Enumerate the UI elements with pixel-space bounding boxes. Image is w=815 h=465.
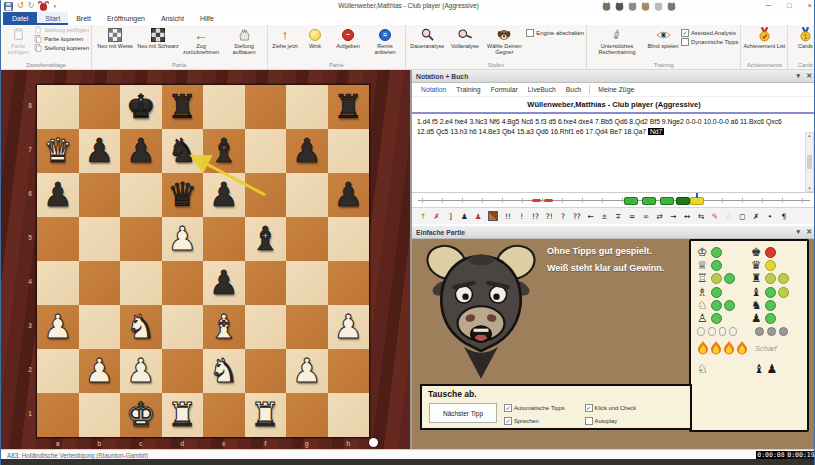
health-dot-green bbox=[724, 300, 735, 311]
menu-tab-ansicht[interactable]: Ansicht bbox=[153, 12, 192, 25]
piece-black-B-e7[interactable]: ♝ bbox=[203, 129, 245, 173]
annotation-symbol[interactable] bbox=[488, 211, 498, 221]
piece-white-N-e2[interactable]: ♞ bbox=[203, 349, 245, 393]
square-h4[interactable] bbox=[328, 261, 370, 305]
paste-position-button[interactable]: Stellung einfügen bbox=[34, 26, 89, 34]
square-a2[interactable] bbox=[37, 349, 79, 393]
bottom-strip bbox=[1, 459, 815, 465]
file-label-d: d bbox=[162, 440, 204, 447]
health-dot-grayo bbox=[719, 327, 727, 336]
rank-label-6: 6 bbox=[25, 190, 35, 197]
cards-button[interactable]: Cards bbox=[790, 26, 815, 49]
eval-mark-yellow[interactable] bbox=[690, 197, 704, 205]
copy-icon bbox=[34, 35, 42, 43]
piece-black-R-d8[interactable]: ♜ bbox=[162, 85, 204, 129]
scroll-down-icon[interactable]: ▼ bbox=[807, 186, 811, 191]
side-to-move-indicator bbox=[369, 438, 378, 447]
piece-white-P-b2[interactable]: ♟ bbox=[79, 349, 121, 393]
new-game-white-button[interactable]: Neu mit Weiss bbox=[94, 26, 136, 49]
checkbox-label: Autoplay bbox=[595, 418, 618, 424]
take-back-move-button[interactable]: ← Zug zurücknehmen bbox=[180, 26, 222, 55]
health-row: ♘♞ bbox=[697, 299, 801, 312]
square-f1[interactable]: ♜ bbox=[245, 393, 287, 437]
piece-black-P-g7[interactable]: ♟ bbox=[286, 129, 328, 173]
eval-tick bbox=[602, 198, 603, 203]
notation-panel: Notation + Buch ▾ ✕ Notation Training Fo… bbox=[412, 70, 815, 226]
square-d8[interactable]: ♜ bbox=[162, 85, 204, 129]
square-g6[interactable] bbox=[286, 173, 328, 217]
eval-tick bbox=[742, 198, 743, 203]
health-row: ♔♚ bbox=[697, 246, 801, 259]
health-dot-green bbox=[711, 260, 722, 271]
square-a4[interactable] bbox=[37, 261, 79, 305]
panel-close-icon[interactable]: ✕ bbox=[806, 228, 812, 236]
flame-icon bbox=[697, 341, 709, 355]
square-a1[interactable] bbox=[37, 393, 79, 437]
annotation-symbol[interactable]: ?! bbox=[542, 212, 556, 221]
eval-tick bbox=[542, 198, 543, 203]
minimize-button[interactable]: ─ bbox=[766, 1, 771, 10]
black-piece-icon: ♝ bbox=[751, 286, 765, 299]
square-d3[interactable] bbox=[162, 305, 204, 349]
eval-tick bbox=[722, 198, 723, 203]
piece-black-P-c7[interactable]: ♟ bbox=[120, 129, 162, 173]
next-tip-button[interactable]: Nächster Tipp bbox=[429, 403, 497, 423]
health-dot-yellowgreen bbox=[765, 273, 776, 284]
health-dot-grayo bbox=[697, 327, 705, 336]
opponent-avatars bbox=[601, 1, 677, 11]
magnifier-icon bbox=[421, 28, 434, 41]
square-h6[interactable]: ♟ bbox=[328, 173, 370, 217]
file-label-e: e bbox=[203, 440, 245, 447]
paperclip-icon: ✐ bbox=[611, 29, 623, 39]
wolf-icon[interactable] bbox=[627, 1, 638, 11]
square-f7[interactable] bbox=[245, 129, 287, 173]
captured-material-row: ♘ ♝♟ bbox=[697, 362, 801, 376]
square-e7[interactable]: ♝ bbox=[203, 129, 245, 173]
piece-white-P-c2[interactable]: ♟ bbox=[120, 349, 162, 393]
health-dot-green bbox=[765, 313, 776, 324]
health-dot-green bbox=[711, 313, 722, 324]
square-d7[interactable]: ♞ bbox=[162, 129, 204, 173]
eval-mark-red[interactable] bbox=[544, 199, 553, 202]
piece-black-P-a6[interactable]: ♟ bbox=[37, 173, 79, 217]
copy-position-button[interactable]: Stellung kopieren bbox=[34, 44, 89, 52]
ribbon-group-stufen: Daueranalyse Vollanalyse Wähle Deinen Ge… bbox=[406, 25, 587, 69]
white-piece-icon: ♗ bbox=[697, 286, 711, 299]
medal-blue-icon bbox=[800, 27, 811, 42]
square-g4[interactable] bbox=[286, 261, 328, 305]
evaluation-strip[interactable] bbox=[412, 192, 815, 208]
square-f8[interactable] bbox=[245, 85, 287, 129]
eval-tick bbox=[482, 198, 483, 203]
health-dot-red bbox=[765, 247, 776, 258]
piece-black-P-b7[interactable]: ♟ bbox=[79, 129, 121, 173]
white-piece-icon: ♙ bbox=[697, 312, 711, 325]
square-g7[interactable]: ♟ bbox=[286, 129, 328, 173]
copy-game-button[interactable]: Partie kopieren bbox=[34, 35, 89, 43]
annotation-symbol[interactable]: ☆ bbox=[722, 212, 736, 221]
square-h2[interactable] bbox=[328, 349, 370, 393]
achievement-list-button[interactable]: Achievement List bbox=[743, 26, 785, 49]
health-dot-green bbox=[765, 300, 776, 311]
square-g1[interactable] bbox=[286, 393, 328, 437]
annotation-symbol[interactable]: ? bbox=[556, 212, 570, 221]
annotation-symbol[interactable]: !! bbox=[501, 212, 515, 221]
square-a3[interactable]: ♟ bbox=[37, 305, 79, 349]
choose-opponent-button[interactable]: Wähle Deinen Gegner bbox=[483, 26, 525, 55]
einfache-partie-panel: Einfache Partie ▾ ✕ Ohne Tipps gut gespi… bbox=[412, 226, 815, 449]
square-d1[interactable]: ♜ bbox=[162, 393, 204, 437]
coach-message-line2: Weiß steht klar auf Gewinn. bbox=[547, 263, 664, 273]
menu-tab-brett[interactable]: Brett bbox=[68, 12, 99, 25]
game-panel-title: Einfache Partie bbox=[416, 229, 465, 236]
health-dot-yellowgreen bbox=[778, 287, 789, 298]
tab-formular[interactable]: Formular bbox=[486, 86, 523, 93]
clipboard-icon bbox=[34, 26, 42, 34]
piece-black-P-e6[interactable]: ♟ bbox=[203, 173, 245, 217]
blindfold-play-button[interactable]: Blind spielen bbox=[646, 26, 680, 49]
eval-current-marker bbox=[696, 193, 698, 198]
annotation-symbol[interactable]: ] bbox=[444, 212, 458, 221]
health-dot-yellowgreen bbox=[711, 273, 722, 284]
square-a6[interactable]: ♟ bbox=[37, 173, 79, 217]
rank-label-5: 5 bbox=[25, 234, 35, 241]
notation-panel-title: Notation + Buch bbox=[416, 73, 468, 80]
flame-icon bbox=[736, 341, 748, 355]
square-a5[interactable] bbox=[37, 217, 79, 261]
annotation-symbol[interactable]: ?? bbox=[570, 212, 584, 221]
black-piece-icon: ♚ bbox=[751, 246, 765, 259]
rabbit-icon[interactable] bbox=[653, 1, 664, 11]
hand-icon bbox=[238, 28, 251, 41]
full-analysis-button[interactable]: Vollanalyse bbox=[447, 26, 482, 49]
health-dot-grayf bbox=[767, 327, 776, 336]
menu-bar: Datei Start Brett Eröffnungen Ansicht Hi… bbox=[1, 12, 815, 26]
piece-white-P-h3[interactable]: ♟ bbox=[328, 305, 370, 349]
annotation-symbol[interactable]: → bbox=[667, 212, 681, 221]
annotation-symbol[interactable]: ↑ bbox=[416, 212, 430, 221]
engine-off-checkbox[interactable]: Engine abschalten bbox=[526, 29, 584, 37]
game-header: Wüllenweber,Matthias - Club player (Aggr… bbox=[412, 100, 815, 109]
tab-notation[interactable]: Notation bbox=[416, 86, 451, 93]
tip-checkbox[interactable]: Autoplay bbox=[585, 417, 637, 425]
piece-black-P-h6[interactable]: ♟ bbox=[328, 173, 370, 217]
square-b2[interactable]: ♟ bbox=[79, 349, 121, 393]
menu-datei[interactable]: Datei bbox=[3, 12, 37, 25]
health-dot-green bbox=[711, 300, 722, 311]
health-dot-grayo bbox=[729, 327, 737, 336]
piece-black-P-e4[interactable]: ♟ bbox=[203, 261, 245, 305]
application-window: ↺ ↻ ▾ Wüllenweber,Matthias - Club player… bbox=[0, 0, 815, 465]
square-f3[interactable] bbox=[245, 305, 287, 349]
annotation-symbol[interactable]: ¶ bbox=[777, 212, 791, 221]
opening-classification: A83: Holländische Verteidigung (Staunton… bbox=[1, 452, 756, 459]
piece-white-P-d5[interactable]: ♟ bbox=[162, 217, 204, 261]
notation-panel-titlebar: Notation + Buch ▾ ✕ bbox=[412, 70, 815, 83]
draw-equals-icon: = bbox=[379, 29, 391, 41]
annotation-symbol[interactable]: • bbox=[763, 212, 777, 221]
new-game-black-button[interactable]: Neu mit Schwarz bbox=[137, 26, 179, 49]
piece-black-K-c8[interactable]: ♚ bbox=[120, 85, 162, 129]
tip-title: Tausche ab. bbox=[428, 389, 684, 399]
resign-minus-icon: − bbox=[342, 29, 354, 41]
red-up-arrow-icon: ↑ bbox=[270, 26, 300, 43]
square-d4[interactable] bbox=[162, 261, 204, 305]
white-piece-icon: ♔ bbox=[697, 246, 711, 259]
piece-health-panel: ♔♚♕♛♖♜♗♝♘♞♙♟ Scharf ♘ ♝♟ bbox=[689, 239, 809, 432]
eval-tick bbox=[762, 198, 763, 203]
rank-label-7: 7 bbox=[25, 146, 35, 153]
square-f2[interactable] bbox=[245, 349, 287, 393]
setup-position-button[interactable]: Stellung aufbauen bbox=[223, 26, 265, 55]
checkbox-label: Assisted Analysis bbox=[691, 30, 736, 36]
piece-black-Q-d6[interactable]: ♛ bbox=[162, 173, 204, 217]
checkbox-box: ✓ bbox=[504, 417, 512, 425]
bear-icon[interactable] bbox=[666, 1, 677, 11]
black-piece-icon: ♜ bbox=[751, 272, 765, 285]
eval-tick bbox=[442, 198, 443, 203]
permanent-analysis-button[interactable]: Daueranalyse bbox=[408, 26, 446, 49]
tab-meine-zuege[interactable]: Meine Züge bbox=[593, 86, 639, 93]
square-a7[interactable]: ♛ bbox=[37, 129, 79, 173]
health-row: ♙♟ bbox=[697, 312, 801, 325]
annotation-symbol[interactable]: ✗ bbox=[430, 212, 444, 221]
game-panel-titlebar: Einfache Partie ▾ ✕ bbox=[412, 226, 815, 239]
eye-icon bbox=[656, 30, 671, 40]
medal-icon bbox=[759, 27, 770, 42]
square-b7[interactable]: ♟ bbox=[79, 129, 121, 173]
square-c5[interactable] bbox=[120, 217, 162, 261]
annotation-toolbar: ↑✗]♟♟!!!!??!???←±∓=∞⇄→↔⇆✎☆◻✗•¶ bbox=[412, 207, 815, 224]
window-controls: ─ □ × bbox=[766, 1, 812, 10]
square-e2[interactable]: ♞ bbox=[203, 349, 245, 393]
square-f5[interactable]: ♝ bbox=[245, 217, 287, 261]
annotation-symbol[interactable]: ∞ bbox=[639, 212, 653, 221]
black-piece-icon: ♛ bbox=[751, 259, 765, 272]
square-g5[interactable] bbox=[286, 217, 328, 261]
piece-white-R-f1[interactable]: ♜ bbox=[245, 393, 287, 437]
square-b5[interactable] bbox=[79, 217, 121, 261]
piece-black-B-f5[interactable]: ♝ bbox=[245, 217, 287, 261]
square-h8[interactable]: ♜ bbox=[328, 85, 370, 129]
square-e1[interactable] bbox=[203, 393, 245, 437]
square-e5[interactable] bbox=[203, 217, 245, 261]
square-h7[interactable] bbox=[328, 129, 370, 173]
tab-buch[interactable]: Buch bbox=[561, 86, 587, 93]
piece-white-Q-a7[interactable]: ♛ bbox=[37, 129, 79, 173]
piece-white-R-d1[interactable]: ♜ bbox=[162, 393, 204, 437]
panel-menu-icon[interactable]: ▾ bbox=[797, 228, 801, 236]
ribbon-group-cards: Cards Cards bbox=[788, 25, 815, 69]
piece-black-R-h8[interactable]: ♜ bbox=[328, 85, 370, 129]
checkbox-box bbox=[585, 417, 593, 425]
square-g3[interactable] bbox=[286, 305, 328, 349]
checkbox-label: Automatische Tipps bbox=[514, 405, 565, 411]
annotation-symbol[interactable]: ← bbox=[584, 212, 598, 221]
square-b8[interactable] bbox=[79, 85, 121, 129]
paste-game-button[interactable]: Partie einfügen bbox=[3, 26, 33, 55]
piece-white-N-c3[interactable]: ♞ bbox=[120, 305, 162, 349]
eval-mark-red[interactable] bbox=[532, 199, 541, 202]
tip-checkbox[interactable]: ✓Sprechen bbox=[504, 417, 565, 425]
ribbon-toolbar: Partie einfügen Stellung einfügen Partie… bbox=[1, 25, 815, 70]
health-dot-yellowgreen bbox=[778, 273, 789, 284]
black-piece-icon: ♟ bbox=[751, 312, 765, 325]
square-b6[interactable] bbox=[79, 173, 121, 217]
current-move[interactable]: Nd7 bbox=[648, 128, 664, 135]
tab-livebuch[interactable]: LiveBuch bbox=[523, 86, 561, 93]
square-b3[interactable] bbox=[79, 305, 121, 349]
square-c1[interactable]: ♚ bbox=[120, 393, 162, 437]
square-f6[interactable] bbox=[245, 173, 287, 217]
square-e8[interactable] bbox=[203, 85, 245, 129]
close-button[interactable]: × bbox=[808, 1, 812, 10]
square-c6[interactable] bbox=[120, 173, 162, 217]
square-h1[interactable] bbox=[328, 393, 370, 437]
square-c3[interactable]: ♞ bbox=[120, 305, 162, 349]
piece-white-K-c1[interactable]: ♚ bbox=[120, 393, 162, 437]
calculation-training-button[interactable]: ✐ Unterstütztes Rechentraining bbox=[589, 26, 645, 55]
square-c7[interactable]: ♟ bbox=[120, 129, 162, 173]
checkbox-box: ✓ bbox=[681, 29, 689, 37]
square-h3[interactable]: ♟ bbox=[328, 305, 370, 349]
tab-training[interactable]: Training bbox=[451, 86, 485, 93]
eval-tick bbox=[462, 198, 463, 203]
eval-tick bbox=[782, 198, 783, 203]
red-magnifier-icon bbox=[457, 26, 474, 43]
monkey-icon[interactable] bbox=[601, 1, 612, 11]
health-dot-grayf bbox=[755, 327, 764, 336]
ribbon-group-zwischenablage: Partie einfügen Stellung einfügen Partie… bbox=[1, 25, 92, 69]
scroll-thumb[interactable] bbox=[807, 155, 812, 169]
square-h5[interactable] bbox=[328, 217, 370, 261]
square-b1[interactable] bbox=[79, 393, 121, 437]
eval-mark-darkgreen[interactable] bbox=[676, 197, 690, 205]
square-f4[interactable] bbox=[245, 261, 287, 305]
annotation-symbol[interactable]: ↔ bbox=[680, 212, 694, 221]
eval-mark-green[interactable] bbox=[642, 197, 656, 205]
square-b4[interactable] bbox=[79, 261, 121, 305]
panel-menu-icon[interactable]: ▾ bbox=[797, 72, 801, 80]
black-board-icon bbox=[151, 28, 165, 42]
annotation-symbol[interactable]: !? bbox=[529, 212, 543, 221]
square-g2[interactable]: ♟ bbox=[286, 349, 328, 393]
annotation-symbol[interactable]: ! bbox=[515, 212, 529, 221]
rank-label-3: 3 bbox=[25, 322, 35, 329]
checkbox-box: ✓ bbox=[504, 404, 512, 412]
piece-black-N-d7[interactable]: ♞ bbox=[162, 129, 204, 173]
checkbox-label: Sprechen bbox=[514, 418, 539, 424]
piece-white-P-g2[interactable]: ♟ bbox=[286, 349, 328, 393]
fox-icon[interactable] bbox=[640, 1, 651, 11]
tip-checkbox[interactable]: ✓Klick und Check bbox=[585, 404, 637, 412]
health-dot-yellow bbox=[765, 260, 776, 271]
square-e3[interactable]: ♝ bbox=[203, 305, 245, 349]
hint-button[interactable]: Wink bbox=[301, 26, 329, 49]
training-checkbox[interactable]: ✓Assisted Analysis bbox=[681, 29, 738, 37]
square-c4[interactable] bbox=[120, 261, 162, 305]
rank-label-8: 8 bbox=[25, 102, 35, 109]
checkbox-label: Dynamische Tipps bbox=[691, 39, 738, 45]
annotation-symbol[interactable]: ✎ bbox=[708, 212, 722, 221]
piece-white-B-e3[interactable]: ♝ bbox=[203, 305, 245, 349]
file-label-c: c bbox=[120, 440, 162, 447]
bull-mascot-image bbox=[417, 239, 545, 381]
health-row: ♕♛ bbox=[697, 259, 801, 272]
health-dot-grayo bbox=[708, 327, 716, 336]
menu-tab-start[interactable]: Start bbox=[37, 12, 68, 25]
rank-label-4: 4 bbox=[25, 278, 35, 285]
notation-scrollbar[interactable]: ▲ ▼ bbox=[805, 132, 814, 192]
window-title: Wüllenweber,Matthias - Club player (Aggr… bbox=[1, 2, 815, 9]
annotation-symbol[interactable]: = bbox=[625, 212, 639, 221]
notation-tabs: Notation Training Formular LiveBuch Buch… bbox=[412, 83, 815, 97]
square-e6[interactable]: ♟ bbox=[203, 173, 245, 217]
square-d5[interactable]: ♟ bbox=[162, 217, 204, 261]
tip-checkbox[interactable]: ✓Automatische Tipps bbox=[504, 404, 565, 412]
coach-message-line1: Ohne Tipps gut gespielt. bbox=[547, 246, 652, 256]
training-checkbox[interactable]: Dynamische Tipps bbox=[681, 38, 738, 46]
square-a8[interactable] bbox=[37, 85, 79, 129]
annotation-symbol[interactable]: ⇆ bbox=[694, 212, 708, 221]
white-captured-piece: ♘ bbox=[697, 362, 708, 376]
square-c8[interactable]: ♚ bbox=[120, 85, 162, 129]
bull-icon[interactable] bbox=[614, 1, 625, 11]
square-e4[interactable]: ♟ bbox=[203, 261, 245, 305]
menu-tab-hilfe[interactable]: Hilfe bbox=[192, 12, 222, 25]
sharpness-label: Scharf bbox=[755, 344, 777, 353]
ribbon-group-partie1: Neu mit Weiss Neu mit Schwarz ← Zug zurü… bbox=[92, 25, 268, 69]
panel-close-icon[interactable]: ✕ bbox=[806, 72, 812, 80]
white-piece-icon: ♕ bbox=[697, 259, 711, 272]
maximize-button[interactable]: □ bbox=[787, 1, 792, 10]
move-list[interactable]: 1.d4 f5 2.e4 fxe4 3.Nc3 Nf6 4.Bg5 Nc6 5.… bbox=[412, 114, 807, 137]
square-c2[interactable]: ♟ bbox=[120, 349, 162, 393]
annotation-symbol[interactable]: ◻ bbox=[736, 212, 750, 221]
file-label-b: b bbox=[79, 440, 121, 447]
move-now-button[interactable]: ↑ Ziehe jetzt bbox=[270, 26, 300, 49]
flame-icon bbox=[710, 341, 722, 355]
bulb-icon bbox=[309, 29, 321, 41]
annotation-symbol[interactable]: ♟ bbox=[471, 212, 485, 221]
eval-tick bbox=[502, 198, 503, 203]
square-d6[interactable]: ♛ bbox=[162, 173, 204, 217]
menu-tab-eroeffnungen[interactable]: Eröffnungen bbox=[99, 12, 153, 25]
annotation-symbol[interactable]: ✗ bbox=[749, 212, 763, 221]
health-dot-grayf bbox=[779, 327, 788, 336]
eval-tick bbox=[562, 198, 563, 203]
checkbox-box bbox=[526, 29, 534, 37]
piece-white-P-a3[interactable]: ♟ bbox=[37, 305, 79, 349]
eval-mark-green[interactable] bbox=[624, 197, 638, 205]
annotation-symbol[interactable]: ∓ bbox=[611, 212, 625, 221]
square-g8[interactable] bbox=[286, 85, 328, 129]
square-d2[interactable] bbox=[162, 349, 204, 393]
scroll-up-icon[interactable]: ▲ bbox=[807, 133, 811, 138]
annotation-symbol[interactable]: ♟ bbox=[457, 212, 471, 221]
annotation-symbol[interactable]: ± bbox=[598, 212, 612, 221]
file-label-a: a bbox=[37, 440, 79, 447]
evaluation-axis bbox=[418, 200, 810, 201]
checkbox-label: Klick und Check bbox=[595, 405, 637, 411]
flame-icon bbox=[723, 341, 735, 355]
offer-draw-button[interactable]: = Remis anbieten bbox=[367, 26, 403, 55]
eval-mark-green[interactable] bbox=[660, 197, 674, 205]
annotation-symbol[interactable]: ⇄ bbox=[653, 212, 667, 221]
resign-button[interactable]: − Aufgeben bbox=[330, 26, 366, 49]
rank-label-1: 1 bbox=[25, 410, 35, 417]
